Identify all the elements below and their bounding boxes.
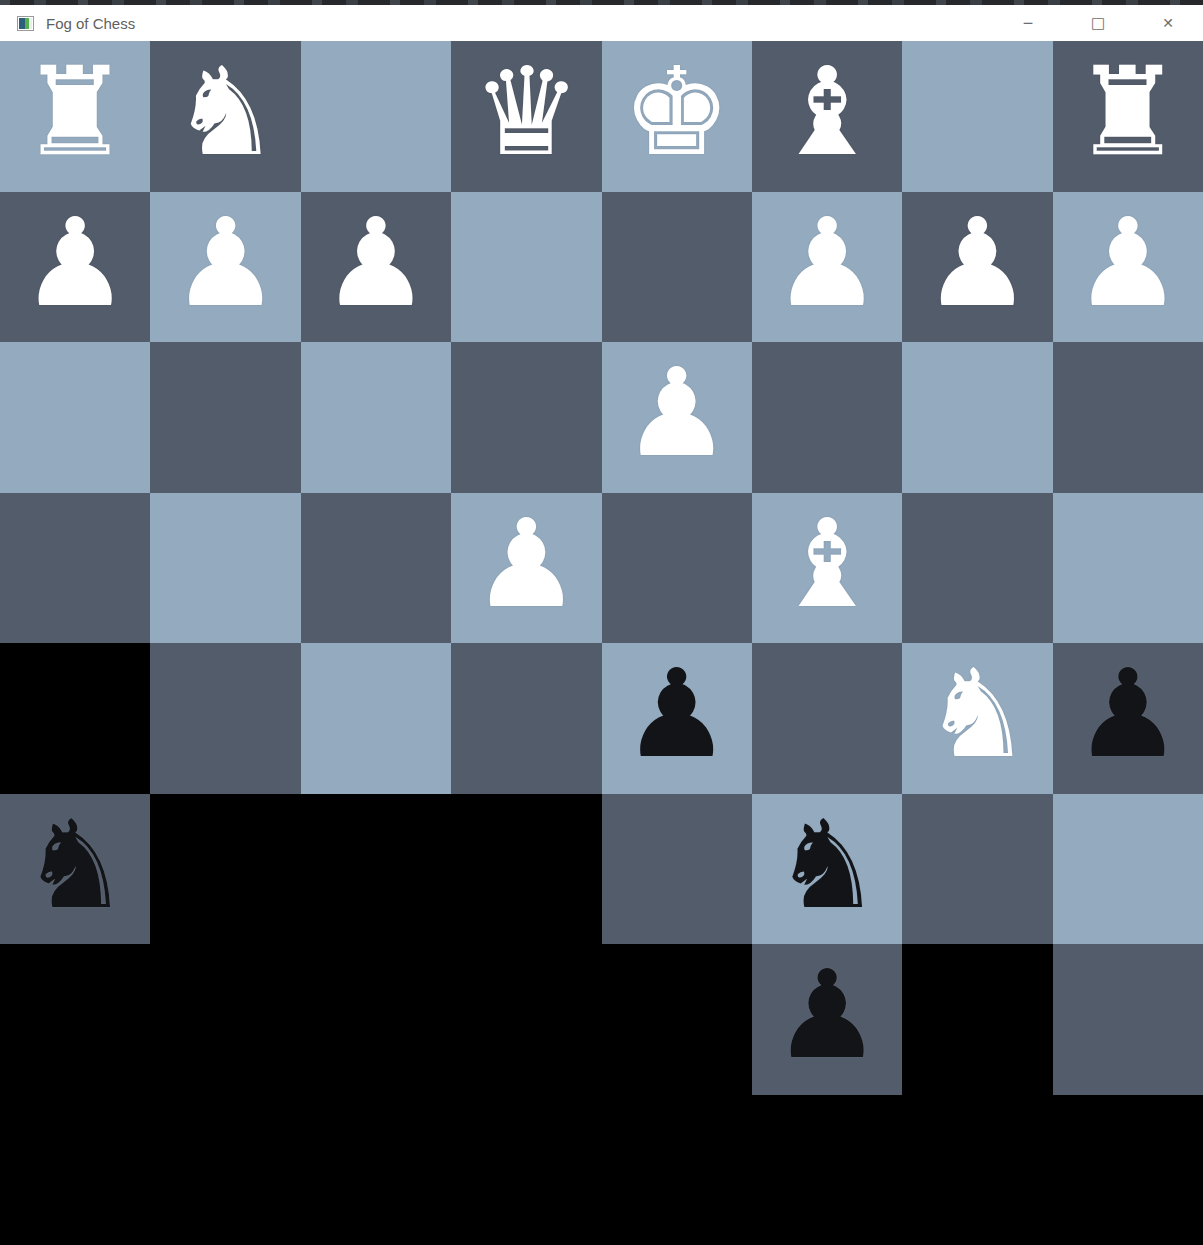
square-f6[interactable]: ♞ <box>752 794 902 945</box>
black-pawn: ♟ <box>772 954 881 1076</box>
maximize-button[interactable]: □ <box>1063 5 1133 41</box>
white-pawn: ♟ <box>21 202 130 324</box>
square-f8-fog[interactable] <box>752 1095 902 1245</box>
white-pawn: ♟ <box>321 202 430 324</box>
square-a4[interactable] <box>0 493 150 644</box>
square-e6[interactable] <box>602 794 752 945</box>
square-g6[interactable] <box>902 794 1052 945</box>
titlebar[interactable]: Fog of Chess ─ □ ✕ <box>0 5 1203 41</box>
square-h1[interactable]: ♜ <box>1053 41 1203 192</box>
square-e2[interactable] <box>602 192 752 343</box>
square-c4[interactable] <box>301 493 451 644</box>
square-e7-fog[interactable] <box>602 944 752 1095</box>
white-queen: ♛ <box>472 51 581 173</box>
square-d6-fog[interactable] <box>451 794 601 945</box>
white-pawn: ♟ <box>1073 202 1182 324</box>
square-h5[interactable]: ♟ <box>1053 643 1203 794</box>
white-knight: ♞ <box>171 51 280 173</box>
square-f3[interactable] <box>752 342 902 493</box>
square-b5[interactable] <box>150 643 300 794</box>
square-c1[interactable] <box>301 41 451 192</box>
square-f4[interactable]: ♝ <box>752 493 902 644</box>
square-h2[interactable]: ♟ <box>1053 192 1203 343</box>
white-pawn: ♟ <box>472 503 581 625</box>
black-knight: ♞ <box>772 804 881 926</box>
square-a8-fog[interactable] <box>0 1095 150 1245</box>
white-rook: ♜ <box>1073 51 1182 173</box>
white-pawn: ♟ <box>622 352 731 474</box>
white-bishop: ♝ <box>772 503 881 625</box>
square-c8-fog[interactable] <box>301 1095 451 1245</box>
square-c3[interactable] <box>301 342 451 493</box>
square-h4[interactable] <box>1053 493 1203 644</box>
square-c7-fog[interactable] <box>301 944 451 1095</box>
square-e5[interactable]: ♟ <box>602 643 752 794</box>
square-c5[interactable] <box>301 643 451 794</box>
square-f2[interactable]: ♟ <box>752 192 902 343</box>
square-f5[interactable] <box>752 643 902 794</box>
square-e4[interactable] <box>602 493 752 644</box>
square-h3[interactable] <box>1053 342 1203 493</box>
square-g1[interactable] <box>902 41 1052 192</box>
black-pawn: ♟ <box>622 653 731 775</box>
square-d1[interactable]: ♛ <box>451 41 601 192</box>
square-e3[interactable]: ♟ <box>602 342 752 493</box>
app-icon[interactable] <box>17 16 34 31</box>
square-f7[interactable]: ♟ <box>752 944 902 1095</box>
window-controls: ─ □ ✕ <box>993 5 1203 41</box>
square-d2[interactable] <box>451 192 601 343</box>
square-h8-fog[interactable] <box>1053 1095 1203 1245</box>
square-a1[interactable]: ♜ <box>0 41 150 192</box>
square-g8-fog[interactable] <box>902 1095 1052 1245</box>
square-b3[interactable] <box>150 342 300 493</box>
close-button[interactable]: ✕ <box>1133 5 1203 41</box>
square-b6-fog[interactable] <box>150 794 300 945</box>
square-a6[interactable]: ♞ <box>0 794 150 945</box>
chess-board: ♜♞♛♚♝♜♟♟♟♟♟♟♟♟♝♟♞♟♞♞♟ <box>0 41 1203 1245</box>
square-a3[interactable] <box>0 342 150 493</box>
square-g5[interactable]: ♞ <box>902 643 1052 794</box>
square-b2[interactable]: ♟ <box>150 192 300 343</box>
square-a7-fog[interactable] <box>0 944 150 1095</box>
white-king: ♚ <box>622 51 731 173</box>
white-rook: ♜ <box>21 51 130 173</box>
black-knight: ♞ <box>21 804 130 926</box>
square-a2[interactable]: ♟ <box>0 192 150 343</box>
square-b1[interactable]: ♞ <box>150 41 300 192</box>
square-g3[interactable] <box>902 342 1052 493</box>
square-c6-fog[interactable] <box>301 794 451 945</box>
window-title: Fog of Chess <box>46 15 135 32</box>
square-g7-fog[interactable] <box>902 944 1052 1095</box>
square-g4[interactable] <box>902 493 1052 644</box>
black-pawn: ♟ <box>1073 653 1182 775</box>
square-h7[interactable] <box>1053 944 1203 1095</box>
minimize-button[interactable]: ─ <box>993 5 1063 41</box>
square-c2[interactable]: ♟ <box>301 192 451 343</box>
square-e1[interactable]: ♚ <box>602 41 752 192</box>
square-g2[interactable]: ♟ <box>902 192 1052 343</box>
white-pawn: ♟ <box>772 202 881 324</box>
square-d5[interactable] <box>451 643 601 794</box>
square-b8-fog[interactable] <box>150 1095 300 1245</box>
white-pawn: ♟ <box>923 202 1032 324</box>
square-d3[interactable] <box>451 342 601 493</box>
square-b7-fog[interactable] <box>150 944 300 1095</box>
square-a5-fog[interactable] <box>0 643 150 794</box>
white-knight: ♞ <box>923 653 1032 775</box>
square-f1[interactable]: ♝ <box>752 41 902 192</box>
square-d4[interactable]: ♟ <box>451 493 601 644</box>
square-b4[interactable] <box>150 493 300 644</box>
square-d8-fog[interactable] <box>451 1095 601 1245</box>
app-window: Fog of Chess ─ □ ✕ ♜♞♛♚♝♜♟♟♟♟♟♟♟♟♝♟♞♟♞♞♟ <box>0 0 1203 1245</box>
square-h6[interactable] <box>1053 794 1203 945</box>
square-e8-fog[interactable] <box>602 1095 752 1245</box>
white-bishop: ♝ <box>772 51 881 173</box>
square-d7-fog[interactable] <box>451 944 601 1095</box>
white-pawn: ♟ <box>171 202 280 324</box>
